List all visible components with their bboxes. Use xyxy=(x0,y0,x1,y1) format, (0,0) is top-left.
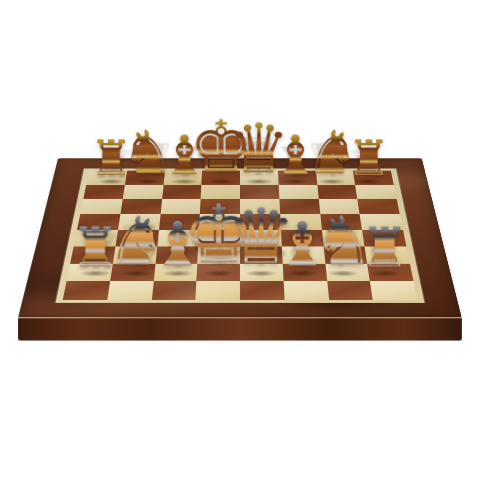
square-b7 xyxy=(122,185,163,200)
square-h8 xyxy=(353,171,394,185)
square-a8 xyxy=(86,171,127,185)
square-c8 xyxy=(163,171,202,185)
square-f8 xyxy=(278,171,317,185)
square-g7 xyxy=(317,185,358,200)
square-h7 xyxy=(355,185,396,200)
chess-board: ♜♜♞♞♝♝♚♚♛♛♝♝♞♞♜♜♜♜♞♞♝♝♚♚♛♛♝♝♞♞♜♜ xyxy=(18,158,462,317)
square-g8 xyxy=(315,171,355,185)
square-e8 xyxy=(240,171,278,185)
piece-silver-knight-g2: ♞♞ xyxy=(322,262,365,279)
product-photo: ♜♜♞♞♝♝♚♚♛♛♝♝♞♞♜♜♜♜♞♞♝♝♚♚♛♛♝♝♞♞♜♜ xyxy=(0,0,480,480)
scene: ♜♜♞♞♝♝♚♚♛♛♝♝♞♞♜♜♜♜♞♞♝♝♚♚♛♛♝♝♞♞♜♜ xyxy=(0,0,480,480)
square-b8 xyxy=(125,171,165,185)
square-d8 xyxy=(202,171,240,185)
silver-rook-glyph: ♜ xyxy=(360,220,409,275)
square-a7 xyxy=(83,185,124,200)
board-front-edge xyxy=(18,317,462,340)
piece-silver-rook-h2: ♜♜ xyxy=(363,262,407,279)
